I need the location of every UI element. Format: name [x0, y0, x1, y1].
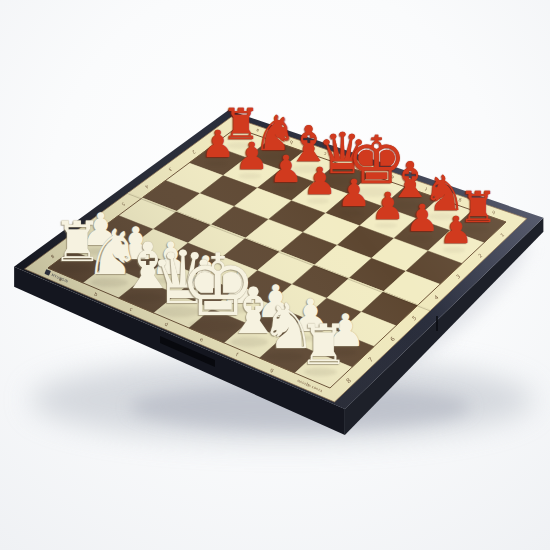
piece-glyph: ♟ [371, 188, 405, 226]
piece-glyph: ♟ [439, 212, 473, 250]
piece-glyph: ♟ [201, 126, 235, 164]
piece-glyph: ♟ [337, 175, 371, 213]
chess-set-photo: aabbccddeeffgghh1122334455667788MYUNGINM… [0, 0, 550, 550]
piece-glyph: ♟ [235, 138, 269, 176]
piece-glyph: ♜ [298, 317, 348, 373]
piece-glyph: ♟ [405, 200, 439, 238]
piece-glyph: ♟ [303, 163, 337, 201]
piece-glyph: ♟ [269, 151, 303, 189]
